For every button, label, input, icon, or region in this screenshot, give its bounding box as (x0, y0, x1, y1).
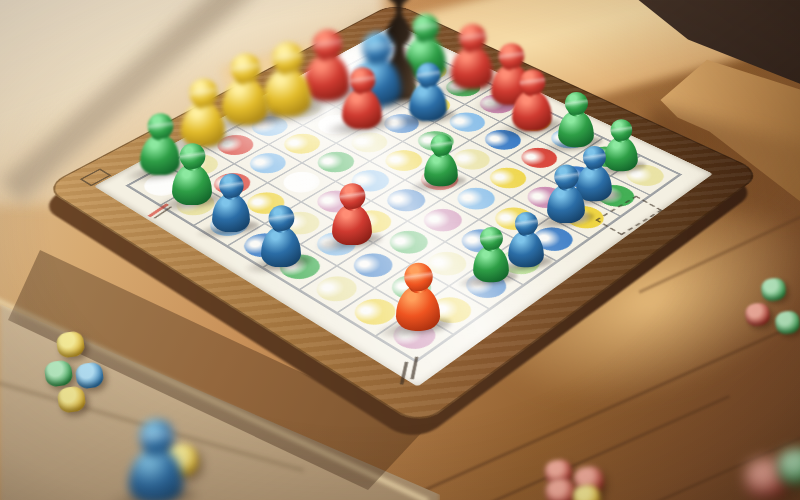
vignette (0, 0, 800, 500)
photo-scene (0, 0, 800, 500)
